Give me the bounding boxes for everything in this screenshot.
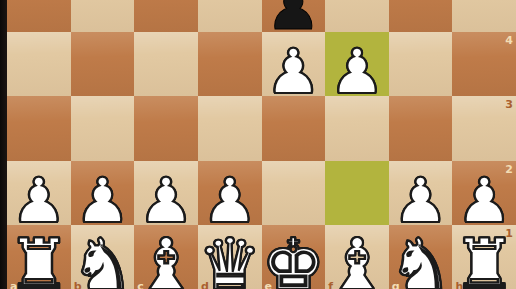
white-king-e1[interactable]: ♚ [262,229,326,289]
white-rook-a1[interactable]: ♜ [7,229,71,289]
square-e3[interactable] [262,96,326,161]
square-g3[interactable] [389,96,453,161]
square-f5[interactable] [325,0,389,32]
square-f4[interactable]: ♟ [325,32,389,97]
square-d2[interactable]: ♟ [198,161,262,226]
square-h2[interactable]: 2♟ [452,161,516,226]
square-d4[interactable] [198,32,262,97]
square-a5[interactable] [7,0,71,32]
white-knight-b1[interactable]: ♞ [71,229,135,289]
white-pawn-e4[interactable]: ♟ [262,41,326,103]
square-h3[interactable]: 3 [452,96,516,161]
square-f3[interactable] [325,96,389,161]
square-g5[interactable] [389,0,453,32]
square-b5[interactable] [71,0,135,32]
coord-label-rank-4: 4 [505,35,513,46]
square-b3[interactable] [71,96,135,161]
square-c3[interactable] [134,96,198,161]
square-a1[interactable]: a♜ [7,225,71,289]
chess-video-frame: ♟♟♟43♟♟♟♟♟2♟a♜b♞c♝d♛e♚f♝g♞1h♜ [0,0,516,289]
square-e2[interactable] [262,161,326,226]
square-b2[interactable]: ♟ [71,161,135,226]
square-g4[interactable] [389,32,453,97]
square-d3[interactable] [198,96,262,161]
square-b1[interactable]: b♞ [71,225,135,289]
white-queen-d1[interactable]: ♛ [198,229,262,289]
white-knight-g1[interactable]: ♞ [389,229,453,289]
square-d1[interactable]: d♛ [198,225,262,289]
video-letterbox-left [0,0,7,289]
square-h4[interactable]: 4 [452,32,516,97]
square-f2[interactable] [325,161,389,226]
coord-label-rank-3: 3 [505,99,513,110]
square-a3[interactable] [7,96,71,161]
white-pawn-f4[interactable]: ♟ [325,41,389,103]
white-bishop-c1[interactable]: ♝ [134,229,198,289]
square-c1[interactable]: c♝ [134,225,198,289]
square-e4[interactable]: ♟ [262,32,326,97]
square-h1[interactable]: 1h♜ [452,225,516,289]
square-e5[interactable]: ♟ [262,0,326,32]
square-e1[interactable]: e♚ [262,225,326,289]
square-d5[interactable] [198,0,262,32]
square-g2[interactable]: ♟ [389,161,453,226]
square-c2[interactable]: ♟ [134,161,198,226]
square-h5[interactable] [452,0,516,32]
square-b4[interactable] [71,32,135,97]
white-rook-h1[interactable]: ♜ [452,229,516,289]
square-f1[interactable]: f♝ [325,225,389,289]
white-bishop-f1[interactable]: ♝ [325,229,389,289]
square-a2[interactable]: ♟ [7,161,71,226]
chess-board: ♟♟♟43♟♟♟♟♟2♟a♜b♞c♝d♛e♚f♝g♞1h♜ [7,0,516,289]
square-c5[interactable] [134,0,198,32]
square-g1[interactable]: g♞ [389,225,453,289]
square-c4[interactable] [134,32,198,97]
square-a4[interactable] [7,32,71,97]
